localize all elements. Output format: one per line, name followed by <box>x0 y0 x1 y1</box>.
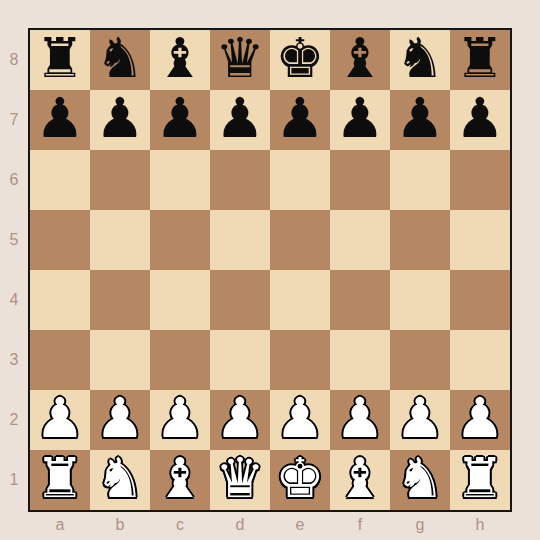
square-f8[interactable]: ♝ <box>330 30 390 90</box>
square-b8[interactable]: ♞ <box>90 30 150 90</box>
square-h7[interactable]: ♟ <box>450 90 510 150</box>
rank-label-7: 7 <box>0 90 28 150</box>
square-f4[interactable] <box>330 270 390 330</box>
piece-black-pawn[interactable]: ♟ <box>275 88 324 148</box>
square-a6[interactable] <box>30 150 90 210</box>
rank-label-3: 3 <box>0 330 28 390</box>
piece-white-pawn[interactable]: ♟ <box>455 388 504 448</box>
file-label-h: h <box>450 512 510 538</box>
square-f6[interactable] <box>330 150 390 210</box>
square-g4[interactable] <box>390 270 450 330</box>
piece-black-rook[interactable]: ♜ <box>455 28 504 88</box>
rank-label-8: 8 <box>0 30 28 90</box>
square-g8[interactable]: ♞ <box>390 30 450 90</box>
piece-black-bishop[interactable]: ♝ <box>335 28 384 88</box>
square-e5[interactable] <box>270 210 330 270</box>
piece-black-pawn[interactable]: ♟ <box>35 88 84 148</box>
piece-white-pawn[interactable]: ♟ <box>95 388 144 448</box>
square-a5[interactable] <box>30 210 90 270</box>
rank-label-2: 2 <box>0 390 28 450</box>
piece-black-pawn[interactable]: ♟ <box>335 88 384 148</box>
square-f7[interactable]: ♟ <box>330 90 390 150</box>
square-d5[interactable] <box>210 210 270 270</box>
file-label-a: a <box>30 512 90 538</box>
square-d3[interactable] <box>210 330 270 390</box>
square-b7[interactable]: ♟ <box>90 90 150 150</box>
file-label-g: g <box>390 512 450 538</box>
piece-black-pawn[interactable]: ♟ <box>455 88 504 148</box>
square-e2[interactable]: ♟ <box>270 390 330 450</box>
square-e1[interactable]: ♚ <box>270 450 330 510</box>
piece-white-pawn[interactable]: ♟ <box>35 388 84 448</box>
square-e6[interactable] <box>270 150 330 210</box>
piece-white-pawn[interactable]: ♟ <box>275 388 324 448</box>
square-c3[interactable] <box>150 330 210 390</box>
file-labels: abcdefgh <box>30 512 510 538</box>
chess-board[interactable]: ♜♞♝♛♚♝♞♜♟♟♟♟♟♟♟♟♟♟♟♟♟♟♟♟♜♞♝♛♚♝♞♜ <box>28 28 512 512</box>
square-g5[interactable] <box>390 210 450 270</box>
square-g3[interactable] <box>390 330 450 390</box>
piece-black-pawn[interactable]: ♟ <box>395 88 444 148</box>
square-h4[interactable] <box>450 270 510 330</box>
square-a2[interactable]: ♟ <box>30 390 90 450</box>
square-f2[interactable]: ♟ <box>330 390 390 450</box>
square-b5[interactable] <box>90 210 150 270</box>
file-label-f: f <box>330 512 390 538</box>
piece-white-pawn[interactable]: ♟ <box>395 388 444 448</box>
square-h5[interactable] <box>450 210 510 270</box>
rank-label-6: 6 <box>0 150 28 210</box>
file-label-b: b <box>90 512 150 538</box>
square-a1[interactable]: ♜ <box>30 450 90 510</box>
piece-black-queen[interactable]: ♛ <box>215 28 264 88</box>
square-g7[interactable]: ♟ <box>390 90 450 150</box>
square-g1[interactable]: ♞ <box>390 450 450 510</box>
piece-black-bishop[interactable]: ♝ <box>155 28 204 88</box>
piece-white-pawn[interactable]: ♟ <box>215 388 264 448</box>
square-f1[interactable]: ♝ <box>330 450 390 510</box>
square-d4[interactable] <box>210 270 270 330</box>
square-d8[interactable]: ♛ <box>210 30 270 90</box>
rank-label-1: 1 <box>0 450 28 510</box>
piece-white-pawn[interactable]: ♟ <box>335 388 384 448</box>
square-d2[interactable]: ♟ <box>210 390 270 450</box>
piece-black-rook[interactable]: ♜ <box>35 28 84 88</box>
piece-white-knight[interactable]: ♞ <box>95 448 144 508</box>
square-d7[interactable]: ♟ <box>210 90 270 150</box>
piece-black-pawn[interactable]: ♟ <box>95 88 144 148</box>
piece-white-pawn[interactable]: ♟ <box>155 388 204 448</box>
square-c2[interactable]: ♟ <box>150 390 210 450</box>
square-c4[interactable] <box>150 270 210 330</box>
square-d1[interactable]: ♛ <box>210 450 270 510</box>
square-a7[interactable]: ♟ <box>30 90 90 150</box>
rank-label-4: 4 <box>0 270 28 330</box>
square-e8[interactable]: ♚ <box>270 30 330 90</box>
square-g2[interactable]: ♟ <box>390 390 450 450</box>
square-g6[interactable] <box>390 150 450 210</box>
square-e3[interactable] <box>270 330 330 390</box>
piece-black-knight[interactable]: ♞ <box>395 28 444 88</box>
square-c8[interactable]: ♝ <box>150 30 210 90</box>
square-c1[interactable]: ♝ <box>150 450 210 510</box>
file-label-e: e <box>270 512 330 538</box>
piece-white-rook[interactable]: ♜ <box>455 448 504 508</box>
square-e4[interactable] <box>270 270 330 330</box>
square-d6[interactable] <box>210 150 270 210</box>
square-b4[interactable] <box>90 270 150 330</box>
square-b6[interactable] <box>90 150 150 210</box>
piece-black-pawn[interactable]: ♟ <box>155 88 204 148</box>
square-a4[interactable] <box>30 270 90 330</box>
square-f5[interactable] <box>330 210 390 270</box>
square-a8[interactable]: ♜ <box>30 30 90 90</box>
square-e7[interactable]: ♟ <box>270 90 330 150</box>
square-h3[interactable] <box>450 330 510 390</box>
square-h2[interactable]: ♟ <box>450 390 510 450</box>
piece-white-bishop[interactable]: ♝ <box>155 448 204 508</box>
file-label-d: d <box>210 512 270 538</box>
piece-black-knight[interactable]: ♞ <box>95 28 144 88</box>
piece-black-pawn[interactable]: ♟ <box>215 88 264 148</box>
square-b3[interactable] <box>90 330 150 390</box>
piece-white-bishop[interactable]: ♝ <box>335 448 384 508</box>
square-b1[interactable]: ♞ <box>90 450 150 510</box>
piece-white-knight[interactable]: ♞ <box>395 448 444 508</box>
rank-labels: 87654321 <box>0 30 28 510</box>
square-f3[interactable] <box>330 330 390 390</box>
piece-black-king[interactable]: ♚ <box>275 28 324 88</box>
square-b2[interactable]: ♟ <box>90 390 150 450</box>
rank-label-5: 5 <box>0 210 28 270</box>
square-h6[interactable] <box>450 150 510 210</box>
piece-white-queen[interactable]: ♛ <box>215 448 264 508</box>
square-h8[interactable]: ♜ <box>450 30 510 90</box>
square-a3[interactable] <box>30 330 90 390</box>
square-c5[interactable] <box>150 210 210 270</box>
square-h1[interactable]: ♜ <box>450 450 510 510</box>
piece-white-rook[interactable]: ♜ <box>35 448 84 508</box>
square-c7[interactable]: ♟ <box>150 90 210 150</box>
file-label-c: c <box>150 512 210 538</box>
square-c6[interactable] <box>150 150 210 210</box>
piece-white-king[interactable]: ♚ <box>275 448 324 508</box>
page-background: 87654321 ♜♞♝♛♚♝♞♜♟♟♟♟♟♟♟♟♟♟♟♟♟♟♟♟♜♞♝♛♚♝♞… <box>0 0 540 540</box>
